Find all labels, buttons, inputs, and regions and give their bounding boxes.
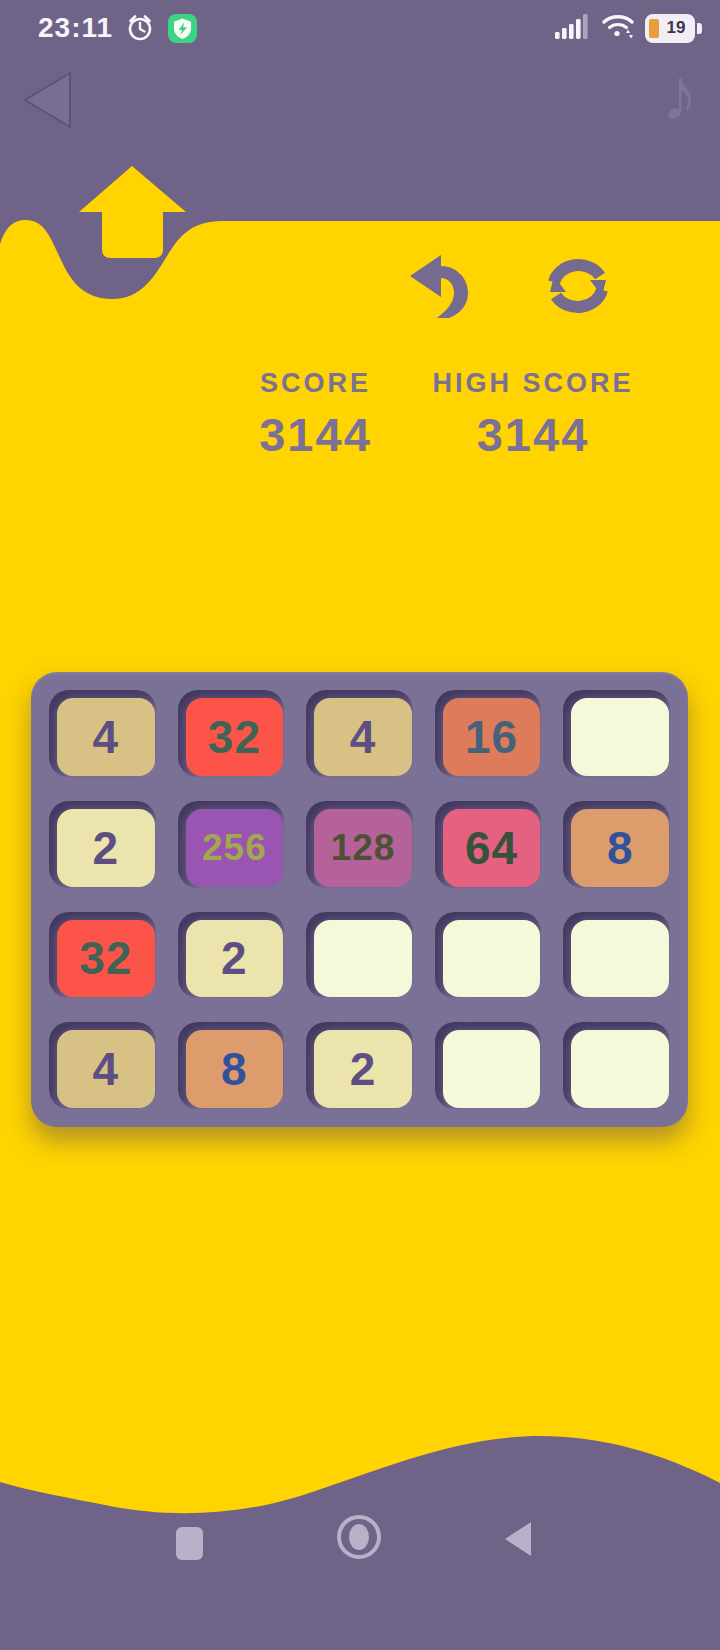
tile-4: 4 <box>57 1030 155 1108</box>
cell-r1c2: 32 <box>178 690 285 777</box>
tile-empty <box>443 1030 541 1108</box>
battery-percent: 19 <box>659 18 693 38</box>
cell-r4c2: 8 <box>178 1022 285 1109</box>
cell-r2c2: 256 <box>178 801 285 888</box>
wifi-icon <box>601 13 635 43</box>
clock-time: 23:11 <box>38 12 113 44</box>
tile-empty <box>571 698 669 776</box>
cell-r1c5 <box>563 690 670 777</box>
undo-icon <box>408 253 472 319</box>
cell-r3c1: 32 <box>49 912 156 999</box>
nav-back-button[interactable] <box>505 1522 531 1560</box>
tile-2: 2 <box>314 1030 412 1108</box>
tile-8: 8 <box>571 809 669 887</box>
tile-8: 8 <box>186 1030 284 1108</box>
cell-r3c4 <box>435 912 542 999</box>
cell-r1c4: 16 <box>435 690 542 777</box>
nav-recents-button[interactable] <box>176 1527 203 1560</box>
cell-r4c1: 4 <box>49 1022 156 1109</box>
tile-16: 16 <box>443 698 541 776</box>
wifi-data-arrows <box>626 30 630 34</box>
tile-32: 32 <box>186 698 284 776</box>
security-app-badge-icon <box>167 13 198 44</box>
up-arrow-icon <box>79 166 186 258</box>
tile-64: 64 <box>443 809 541 887</box>
tile-4: 4 <box>57 698 155 776</box>
tile-2: 2 <box>57 809 155 887</box>
battery-charge-level <box>649 19 659 38</box>
tile-empty <box>314 920 412 998</box>
tile-2: 2 <box>186 920 284 998</box>
cell-r1c3: 4 <box>306 690 413 777</box>
tile-empty <box>443 920 541 998</box>
score-panel: SCORE 3144 <box>233 368 398 462</box>
tile-128: 128 <box>314 809 412 887</box>
high-score-value: 3144 <box>408 407 658 462</box>
cell-r3c5 <box>563 912 670 999</box>
high-score-label: HIGH SCORE <box>408 368 658 399</box>
tile-256: 256 <box>186 809 284 887</box>
nav-home-button[interactable] <box>334 1512 384 1566</box>
home-circle-icon <box>334 1512 384 1562</box>
cell-r4c5 <box>563 1022 670 1109</box>
cell-r2c5: 8 <box>563 801 670 888</box>
back-triangle-icon <box>16 68 74 132</box>
cell-r2c1: 2 <box>49 801 156 888</box>
tile-32: 32 <box>57 920 155 998</box>
music-note-icon: ♪ <box>661 53 698 136</box>
tile-4: 4 <box>314 698 412 776</box>
back-button[interactable] <box>16 68 74 132</box>
nav-back-triangle-icon <box>505 1522 531 1556</box>
undo-button[interactable] <box>408 253 472 319</box>
restart-button[interactable] <box>542 250 614 322</box>
restart-icon <box>542 250 614 322</box>
cell-r2c4: 64 <box>435 801 542 888</box>
music-toggle-button[interactable]: ♪ <box>661 58 698 132</box>
tile-empty <box>571 920 669 998</box>
cell-r2c3: 128 <box>306 801 413 888</box>
cell-r4c4 <box>435 1022 542 1109</box>
alarm-icon <box>125 13 155 43</box>
board-grid[interactable]: 4324162256128648322482 <box>31 672 688 1127</box>
score-value: 3144 <box>233 407 398 462</box>
score-label: SCORE <box>233 368 398 399</box>
cell-r4c3: 2 <box>306 1022 413 1109</box>
battery-icon: 19 <box>645 14 702 43</box>
status-bar: 23:11 <box>0 0 720 56</box>
cell-r1c1: 4 <box>49 690 156 777</box>
cell-r3c3 <box>306 912 413 999</box>
tile-empty <box>571 1030 669 1108</box>
signal-icon <box>555 14 591 43</box>
cell-r3c2: 2 <box>178 912 285 999</box>
high-score-panel: HIGH SCORE 3144 <box>408 368 658 462</box>
